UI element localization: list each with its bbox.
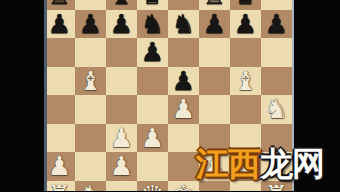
white-queen[interactable]: ♛ <box>141 181 164 192</box>
square-b5[interactable]: ♝ <box>75 67 106 96</box>
square-e6[interactable] <box>168 38 199 67</box>
black-pawn[interactable]: ♟ <box>141 38 164 67</box>
square-e3[interactable] <box>168 124 199 153</box>
square-a1[interactable]: ♜ <box>44 181 75 192</box>
square-h4[interactable]: ♞ <box>261 95 292 124</box>
square-d1[interactable]: ♛ <box>137 181 168 192</box>
square-d6[interactable]: ♟ <box>137 38 168 67</box>
white-pawn[interactable]: ♟ <box>110 124 133 153</box>
video-frame: ♜♝♛♜♚♟♟♟♞♞♟♟♟♟♝♟♝♟♞♟♟♟♟♟♟♟♜♞♛♚♜ 江西龙网 <box>0 0 340 191</box>
square-c7[interactable]: ♟ <box>106 10 137 39</box>
square-e1[interactable]: ♚ <box>168 181 199 192</box>
square-a3[interactable] <box>44 124 75 153</box>
letterbox-left <box>0 0 44 191</box>
square-e7[interactable]: ♞ <box>168 10 199 39</box>
square-c5[interactable] <box>106 67 137 96</box>
white-pawn[interactable]: ♟ <box>110 152 133 181</box>
square-e4[interactable]: ♟ <box>168 95 199 124</box>
white-knight[interactable]: ♞ <box>79 181 102 192</box>
square-g6[interactable] <box>230 38 261 67</box>
black-pawn[interactable]: ♟ <box>265 10 288 39</box>
square-e2[interactable] <box>168 152 199 181</box>
square-a6[interactable] <box>44 38 75 67</box>
square-h7[interactable]: ♟ <box>261 10 292 39</box>
black-pawn[interactable]: ♟ <box>172 67 195 96</box>
white-king[interactable]: ♚ <box>172 181 195 192</box>
square-b3[interactable] <box>75 124 106 153</box>
square-b6[interactable] <box>75 38 106 67</box>
square-d2[interactable] <box>137 152 168 181</box>
square-f5[interactable] <box>199 67 230 96</box>
square-h5[interactable] <box>261 67 292 96</box>
square-g4[interactable] <box>230 95 261 124</box>
square-a7[interactable]: ♟ <box>44 10 75 39</box>
black-pawn[interactable]: ♟ <box>234 10 257 39</box>
square-a5[interactable] <box>44 67 75 96</box>
white-bishop[interactable]: ♝ <box>79 67 102 96</box>
square-b4[interactable] <box>75 95 106 124</box>
square-f4[interactable] <box>199 95 230 124</box>
square-d3[interactable]: ♟ <box>137 124 168 153</box>
watermark: 江西龙网 <box>196 142 324 187</box>
black-pawn[interactable]: ♟ <box>203 10 226 39</box>
white-knight[interactable]: ♞ <box>265 95 288 124</box>
white-rook[interactable]: ♜ <box>48 181 71 192</box>
square-c1[interactable] <box>106 181 137 192</box>
watermark-white-text: 龙网 <box>260 144 324 183</box>
black-pawn[interactable]: ♟ <box>79 10 102 39</box>
square-d4[interactable] <box>137 95 168 124</box>
white-pawn[interactable]: ♟ <box>48 152 71 181</box>
black-knight[interactable]: ♞ <box>141 10 164 39</box>
watermark-orange-text: 江西 <box>196 144 260 183</box>
square-c6[interactable] <box>106 38 137 67</box>
square-e5[interactable]: ♟ <box>168 67 199 96</box>
square-h6[interactable] <box>261 38 292 67</box>
square-g5[interactable]: ♝ <box>230 67 261 96</box>
square-c4[interactable] <box>106 95 137 124</box>
square-a2[interactable]: ♟ <box>44 152 75 181</box>
square-f6[interactable] <box>199 38 230 67</box>
black-pawn[interactable]: ♟ <box>48 10 71 39</box>
square-b2[interactable] <box>75 152 106 181</box>
square-g7[interactable]: ♟ <box>230 10 261 39</box>
square-c3[interactable]: ♟ <box>106 124 137 153</box>
square-d7[interactable]: ♞ <box>137 10 168 39</box>
white-bishop[interactable]: ♝ <box>234 67 257 96</box>
square-b1[interactable]: ♞ <box>75 181 106 192</box>
square-d5[interactable] <box>137 67 168 96</box>
square-f7[interactable]: ♟ <box>199 10 230 39</box>
white-pawn[interactable]: ♟ <box>141 124 164 153</box>
square-a4[interactable] <box>44 95 75 124</box>
black-knight[interactable]: ♞ <box>172 10 195 39</box>
white-pawn[interactable]: ♟ <box>172 95 195 124</box>
square-c2[interactable]: ♟ <box>106 152 137 181</box>
black-pawn[interactable]: ♟ <box>110 10 133 39</box>
board-left-border <box>44 0 47 191</box>
square-b7[interactable]: ♟ <box>75 10 106 39</box>
